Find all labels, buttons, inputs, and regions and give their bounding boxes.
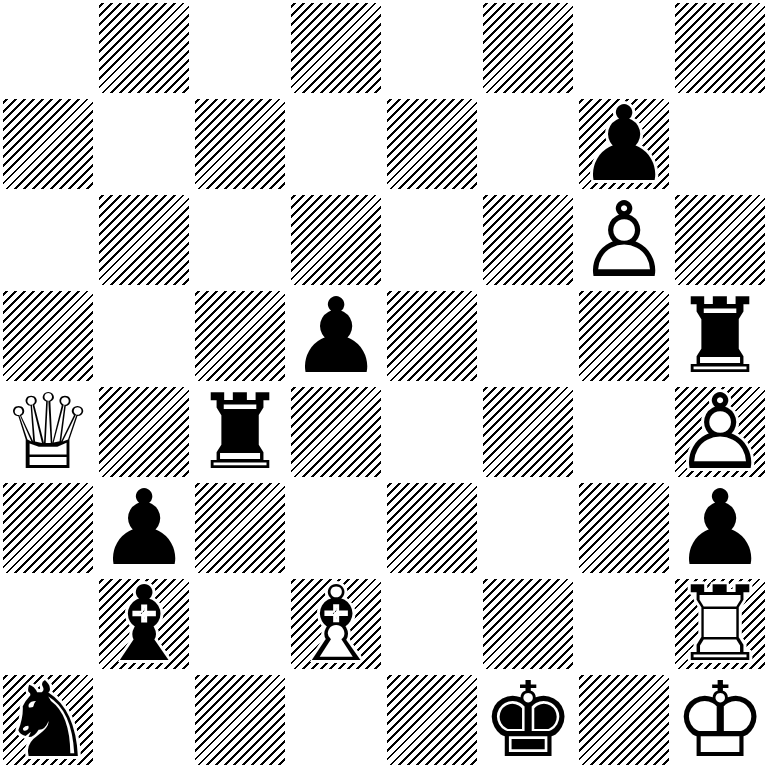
black-bishop[interactable]: ♝ xyxy=(96,576,192,672)
square-b2[interactable]: ♝♝ xyxy=(96,576,192,672)
square-a2[interactable] xyxy=(0,576,96,672)
square-a7[interactable] xyxy=(0,96,96,192)
square-f2[interactable] xyxy=(480,576,576,672)
square-h8[interactable] xyxy=(672,0,768,96)
black-rook[interactable]: ♜ xyxy=(192,384,288,480)
square-a8[interactable] xyxy=(0,0,96,96)
square-b5[interactable] xyxy=(96,288,192,384)
square-h3[interactable]: ♟♟ xyxy=(672,480,768,576)
white-queen[interactable]: ♕ xyxy=(0,384,96,480)
square-g3[interactable] xyxy=(576,480,672,576)
square-h1[interactable]: ♚♔ xyxy=(672,672,768,768)
square-c3[interactable] xyxy=(192,480,288,576)
white-king[interactable]: ♔ xyxy=(672,672,768,768)
square-a1[interactable]: ♞♞ xyxy=(0,672,96,768)
black-pawn[interactable]: ♟ xyxy=(96,480,192,576)
square-f6[interactable] xyxy=(480,192,576,288)
square-b3[interactable]: ♟♟ xyxy=(96,480,192,576)
square-d1[interactable] xyxy=(288,672,384,768)
square-d5[interactable]: ♟♟ xyxy=(288,288,384,384)
square-f4[interactable] xyxy=(480,384,576,480)
square-f1[interactable]: ♚♚ xyxy=(480,672,576,768)
black-rook[interactable]: ♜ xyxy=(672,288,768,384)
square-e8[interactable] xyxy=(384,0,480,96)
square-g4[interactable] xyxy=(576,384,672,480)
square-b8[interactable] xyxy=(96,0,192,96)
square-g6[interactable]: ♟♙ xyxy=(576,192,672,288)
square-c2[interactable] xyxy=(192,576,288,672)
square-c8[interactable] xyxy=(192,0,288,96)
square-c1[interactable] xyxy=(192,672,288,768)
square-h6[interactable] xyxy=(672,192,768,288)
square-g7[interactable]: ♟♟ xyxy=(576,96,672,192)
square-h7[interactable] xyxy=(672,96,768,192)
square-h4[interactable]: ♟♙ xyxy=(672,384,768,480)
chess-board: ♟♟♟♙♟♟♜♜♛♕♜♜♟♙♟♟♟♟♝♝♝♗♜♖♞♞♚♚♚♔ xyxy=(0,0,768,768)
black-pawn[interactable]: ♟ xyxy=(576,96,672,192)
square-d7[interactable] xyxy=(288,96,384,192)
square-c4[interactable]: ♜♜ xyxy=(192,384,288,480)
square-d6[interactable] xyxy=(288,192,384,288)
square-b4[interactable] xyxy=(96,384,192,480)
square-e7[interactable] xyxy=(384,96,480,192)
square-h5[interactable]: ♜♜ xyxy=(672,288,768,384)
black-pawn[interactable]: ♟ xyxy=(288,288,384,384)
square-b1[interactable] xyxy=(96,672,192,768)
square-f5[interactable] xyxy=(480,288,576,384)
square-e6[interactable] xyxy=(384,192,480,288)
square-a3[interactable] xyxy=(0,480,96,576)
square-g1[interactable] xyxy=(576,672,672,768)
square-e2[interactable] xyxy=(384,576,480,672)
square-g2[interactable] xyxy=(576,576,672,672)
black-king[interactable]: ♚ xyxy=(480,672,576,768)
square-a6[interactable] xyxy=(0,192,96,288)
white-pawn[interactable]: ♙ xyxy=(672,384,768,480)
square-c5[interactable] xyxy=(192,288,288,384)
square-a5[interactable] xyxy=(0,288,96,384)
square-b7[interactable] xyxy=(96,96,192,192)
square-g8[interactable] xyxy=(576,0,672,96)
square-f7[interactable] xyxy=(480,96,576,192)
square-d8[interactable] xyxy=(288,0,384,96)
square-f3[interactable] xyxy=(480,480,576,576)
square-e4[interactable] xyxy=(384,384,480,480)
square-b6[interactable] xyxy=(96,192,192,288)
white-bishop[interactable]: ♗ xyxy=(288,576,384,672)
square-c6[interactable] xyxy=(192,192,288,288)
square-c7[interactable] xyxy=(192,96,288,192)
square-g5[interactable] xyxy=(576,288,672,384)
square-e3[interactable] xyxy=(384,480,480,576)
square-e1[interactable] xyxy=(384,672,480,768)
square-d2[interactable]: ♝♗ xyxy=(288,576,384,672)
square-a4[interactable]: ♛♕ xyxy=(0,384,96,480)
square-h2[interactable]: ♜♖ xyxy=(672,576,768,672)
square-d4[interactable] xyxy=(288,384,384,480)
square-f8[interactable] xyxy=(480,0,576,96)
white-pawn[interactable]: ♙ xyxy=(576,192,672,288)
square-d3[interactable] xyxy=(288,480,384,576)
black-knight[interactable]: ♞ xyxy=(0,672,96,768)
black-pawn[interactable]: ♟ xyxy=(672,480,768,576)
square-e5[interactable] xyxy=(384,288,480,384)
white-rook[interactable]: ♖ xyxy=(672,576,768,672)
